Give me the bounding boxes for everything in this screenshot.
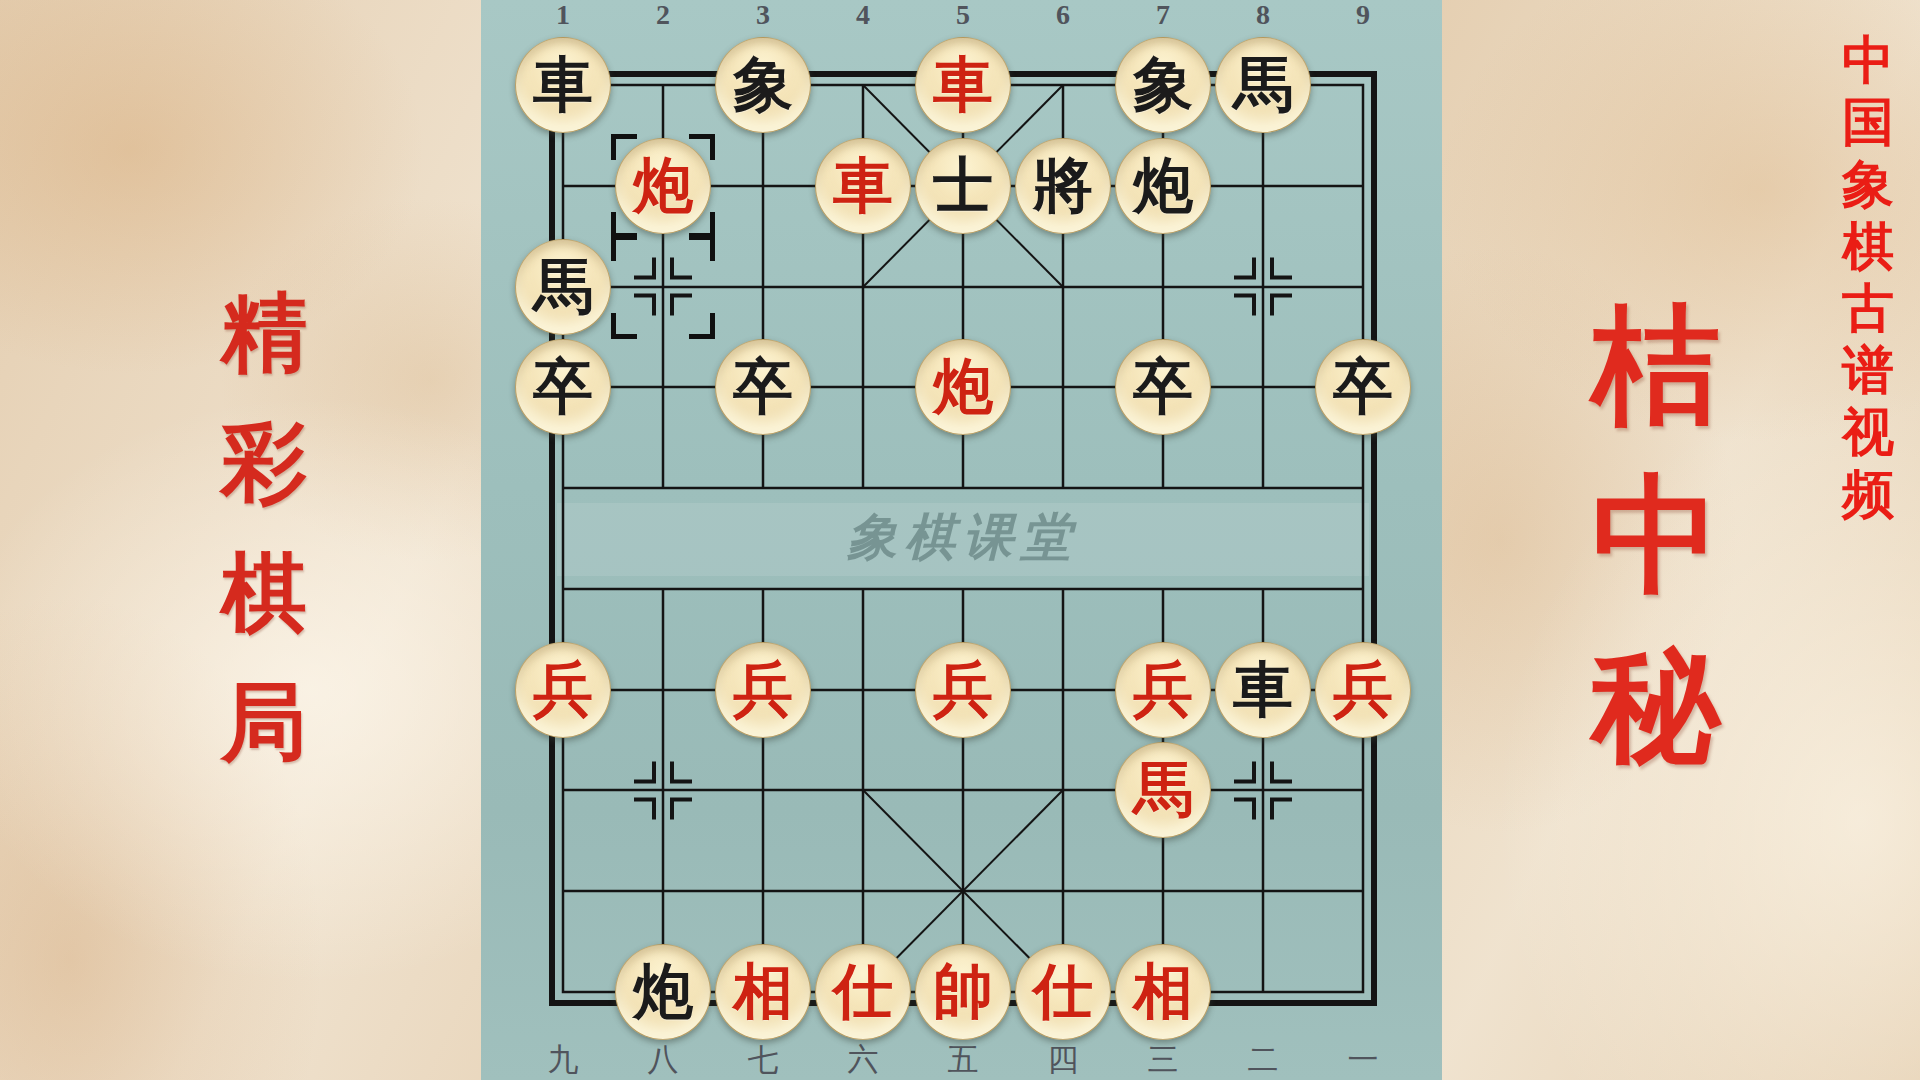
file-label-top-3: 3 [741, 0, 785, 32]
piece-black-chariot[interactable]: 車 [515, 37, 611, 133]
piece-black-horse[interactable]: 馬 [1215, 37, 1311, 133]
piece-black-soldier[interactable]: 卒 [515, 339, 611, 435]
piece-black-chariot[interactable]: 車 [1215, 642, 1311, 738]
piece-glyph: 車 [533, 55, 593, 115]
piece-glyph: 士 [933, 156, 993, 216]
piece-red-advisor[interactable]: 仕 [815, 944, 911, 1040]
piece-red-soldier[interactable]: 兵 [1115, 642, 1211, 738]
piece-glyph: 炮 [633, 156, 693, 216]
right-subtitle: 中国象棋古谱视频 [1842, 30, 1894, 526]
piece-glyph: 炮 [1133, 156, 1193, 216]
piece-glyph: 兵 [533, 660, 593, 720]
file-label-bottom-3: 七 [741, 1042, 785, 1078]
file-label-top-7: 7 [1141, 0, 1185, 32]
piece-black-soldier[interactable]: 卒 [1315, 339, 1411, 435]
piece-red-advisor[interactable]: 仕 [1015, 944, 1111, 1040]
right-banner-title: 桔中秘 [1592, 281, 1720, 791]
file-label-bottom-7: 三 [1141, 1042, 1185, 1078]
piece-glyph: 馬 [1133, 760, 1193, 820]
file-label-top-9: 9 [1341, 0, 1385, 32]
file-label-bottom-4: 六 [841, 1042, 885, 1078]
piece-red-cannon[interactable]: 炮 [615, 138, 711, 234]
piece-glyph: 兵 [933, 660, 993, 720]
piece-red-soldier[interactable]: 兵 [715, 642, 811, 738]
file-label-top-8: 8 [1241, 0, 1285, 32]
piece-red-elephant[interactable]: 相 [1115, 944, 1211, 1040]
file-label-top-6: 6 [1041, 0, 1085, 32]
piece-glyph: 卒 [1133, 357, 1193, 417]
file-label-bottom-8: 二 [1241, 1042, 1285, 1078]
piece-glyph: 相 [733, 962, 793, 1022]
piece-black-soldier[interactable]: 卒 [715, 339, 811, 435]
piece-glyph: 卒 [733, 357, 793, 417]
file-label-top-1: 1 [541, 0, 585, 32]
piece-glyph: 仕 [833, 962, 893, 1022]
piece-glyph: 馬 [1233, 55, 1293, 115]
left-banner-title: 精彩棋局 [221, 268, 307, 788]
piece-glyph: 車 [833, 156, 893, 216]
piece-glyph: 象 [1133, 55, 1193, 115]
piece-red-horse[interactable]: 馬 [1115, 742, 1211, 838]
file-label-bottom-2: 八 [641, 1042, 685, 1078]
river-watermark: 象棋课堂 [847, 509, 1087, 565]
xiangqi-board[interactable]: 象棋课堂 123456789 九八七六五四三二一 車象車象馬炮車士將炮馬卒卒炮卒… [481, 0, 1442, 1080]
piece-glyph: 兵 [1133, 660, 1193, 720]
piece-red-general[interactable]: 帥 [915, 944, 1011, 1040]
piece-glyph: 兵 [1333, 660, 1393, 720]
piece-red-soldier[interactable]: 兵 [515, 642, 611, 738]
piece-black-advisor[interactable]: 士 [915, 138, 1011, 234]
file-label-bottom-1: 九 [541, 1042, 585, 1078]
piece-black-elephant[interactable]: 象 [715, 37, 811, 133]
piece-glyph: 帥 [933, 962, 993, 1022]
file-label-top-4: 4 [841, 0, 885, 32]
piece-black-soldier[interactable]: 卒 [1115, 339, 1211, 435]
piece-red-chariot[interactable]: 車 [915, 37, 1011, 133]
file-label-top-5: 5 [941, 0, 985, 32]
piece-black-horse[interactable]: 馬 [515, 239, 611, 335]
file-label-bottom-9: 一 [1341, 1042, 1385, 1078]
piece-glyph: 車 [933, 55, 993, 115]
piece-glyph: 車 [1233, 660, 1293, 720]
piece-glyph: 相 [1133, 962, 1193, 1022]
piece-glyph: 將 [1033, 156, 1093, 216]
piece-glyph: 馬 [533, 257, 593, 317]
file-label-bottom-5: 五 [941, 1042, 985, 1078]
piece-glyph: 炮 [933, 357, 993, 417]
file-label-top-2: 2 [641, 0, 685, 32]
piece-red-soldier[interactable]: 兵 [1315, 642, 1411, 738]
piece-black-cannon[interactable]: 炮 [1115, 138, 1211, 234]
piece-glyph: 卒 [533, 357, 593, 417]
piece-red-cannon[interactable]: 炮 [915, 339, 1011, 435]
piece-glyph: 象 [733, 55, 793, 115]
piece-black-general[interactable]: 將 [1015, 138, 1111, 234]
piece-glyph: 炮 [633, 962, 693, 1022]
piece-red-elephant[interactable]: 相 [715, 944, 811, 1040]
piece-glyph: 仕 [1033, 962, 1093, 1022]
piece-black-cannon[interactable]: 炮 [615, 944, 711, 1040]
piece-red-soldier[interactable]: 兵 [915, 642, 1011, 738]
piece-glyph: 兵 [733, 660, 793, 720]
piece-glyph: 卒 [1333, 357, 1393, 417]
piece-black-elephant[interactable]: 象 [1115, 37, 1211, 133]
piece-red-chariot[interactable]: 車 [815, 138, 911, 234]
file-label-bottom-6: 四 [1041, 1042, 1085, 1078]
stage: 精彩棋局 桔中秘 中国象棋古谱视频 [0, 0, 1920, 1080]
